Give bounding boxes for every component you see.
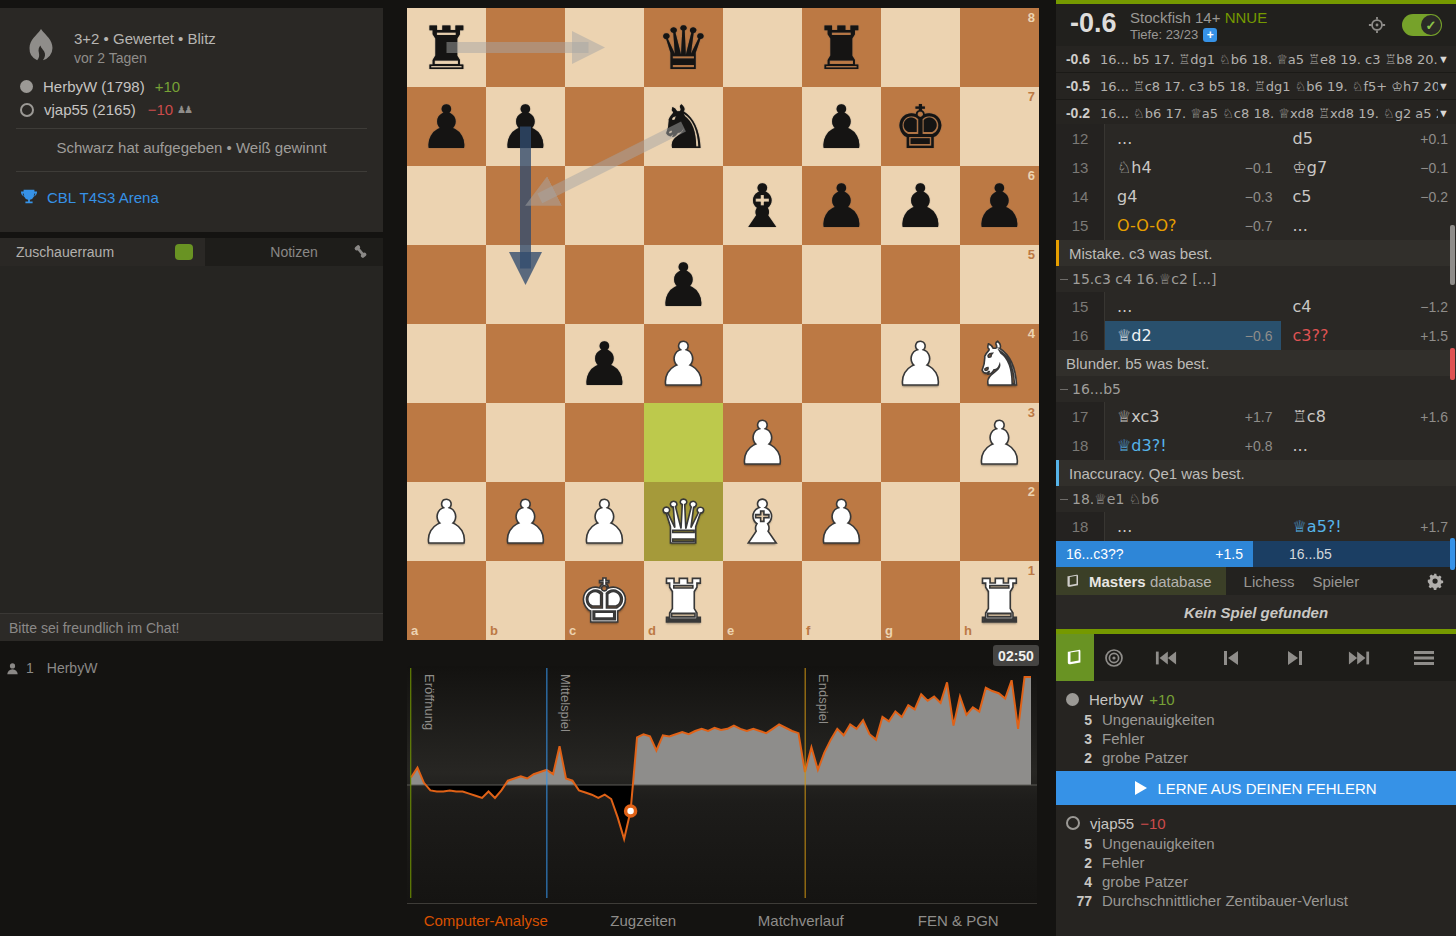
eval-graph[interactable]: EröffnungMittelspielEndspiel [407, 666, 1037, 902]
chat-member-list: 1 HerbyW [6, 660, 97, 676]
square-a2[interactable]: ♟ [407, 482, 486, 561]
square-h8[interactable]: 8 [960, 8, 1039, 87]
black-pawn[interactable]: ♟ [802, 87, 881, 166]
square-d8[interactable]: ♛ [644, 8, 723, 87]
menu-button[interactable] [1404, 638, 1444, 678]
pv-row-2[interactable]: -0.516... ♖c8 17. c3 b5 18. ♖dg1 ♘b6 19.… [1056, 73, 1456, 100]
move-san[interactable]: ♕d2 [1117, 326, 1152, 345]
trophy-icon [20, 188, 38, 206]
move-row: 12...d5+0.1 [1056, 124, 1456, 153]
scrollbar-thumb[interactable] [1450, 225, 1455, 285]
square-f5[interactable] [802, 245, 881, 324]
move-eval: −0.1 [1245, 160, 1273, 176]
move-cell[interactable]: ♕xc3+1.7 [1105, 402, 1281, 431]
move-san[interactable]: ♕xc3 [1117, 407, 1160, 426]
toggle-check-icon: ✓ [1421, 15, 1441, 35]
previous-move-button[interactable] [1211, 638, 1251, 678]
lichess-analysis-page: 3+2 • Gewertet • Blitz vor 2 Tagen Herby… [0, 0, 1456, 936]
engine-toggle[interactable]: ✓ [1402, 14, 1442, 36]
square-f2[interactable]: ♟ [802, 482, 881, 561]
scrollbar-blunder-mark [1450, 348, 1455, 380]
chat-messages-area[interactable] [0, 266, 383, 613]
move-row: 13♘h4−0.1♔g7−0.1 [1056, 153, 1456, 182]
variation-row[interactable]: 16...b5 [1056, 376, 1456, 402]
black-rook[interactable]: ♜ [802, 8, 881, 87]
chat-placeholder: Bitte sei freundlich im Chat! [9, 620, 179, 636]
retry-move-buttons: 16...c3?? +1.5 16...b5 [1056, 541, 1456, 567]
square-f4[interactable] [802, 324, 881, 403]
square-a5[interactable] [407, 245, 486, 324]
pv-eval: -0.2 [1056, 105, 1100, 121]
white-pawn[interactable]: ♟ [644, 324, 723, 403]
square-g8[interactable] [881, 8, 960, 87]
move-eval: −0.1 [1420, 160, 1448, 176]
stat-label: grobe Patzer [1102, 749, 1188, 766]
engine-name: Stockfish 14+ NNUE [1130, 9, 1267, 26]
book-icon [1066, 574, 1081, 589]
stat-label: Ungenauigkeiten [1102, 835, 1215, 852]
square-b8[interactable] [486, 8, 565, 87]
square-g5[interactable] [881, 245, 960, 324]
white-pawn[interactable]: ♟ [802, 482, 881, 561]
square-h5[interactable]: 5 [960, 245, 1039, 324]
accuracy-player-name: vjap55 [1090, 815, 1134, 832]
white-knight[interactable]: ♞ [960, 324, 1039, 403]
square-g7[interactable]: ♚ [881, 87, 960, 166]
eval-graph-svg[interactable]: EröffnungMittelspielEndspiel [407, 666, 1037, 902]
scrollbar-current-mark [1450, 538, 1455, 570]
game-result-text: Schwarz hat aufgegeben • Weiß gewinnt [0, 139, 383, 156]
white-pawn[interactable]: ♟ [881, 324, 960, 403]
square-c5[interactable] [565, 245, 644, 324]
deeper-analysis-button[interactable]: + [1203, 28, 1217, 42]
pv-row-3[interactable]: -0.216... ♘b6 17. ♕a5 ♘c8 18. ♕xd8 ♖xd8 … [1056, 100, 1456, 127]
square-b6[interactable] [486, 166, 565, 245]
pv-moves[interactable]: 16... ♖c8 17. c3 b5 18. ♖dg1 ♘b6 19. ♘f5… [1100, 79, 1438, 94]
move-cell[interactable]: c3??+1.5 [1281, 321, 1456, 350]
move-eval: +1.5 [1420, 328, 1448, 344]
move-nav-buttons [1134, 638, 1456, 678]
move-list: 12...d5+0.113♘h4−0.1♔g7−0.114g4−0.3c5−0.… [1056, 124, 1456, 541]
file-label: a [411, 623, 418, 638]
square-e3[interactable]: ♟ [723, 403, 802, 482]
engine-eval: -0.6 [1070, 8, 1117, 39]
stat-label: Ungenauigkeiten [1102, 711, 1215, 728]
current-move-marker [626, 806, 636, 816]
accuracy-player-header: vjap55−10 [1066, 812, 1446, 834]
square-c1[interactable]: c♚ [565, 561, 644, 640]
variation-row[interactable]: 15.c3 c4 16.♕c2 [...] [1056, 266, 1456, 292]
rank-label: 2 [1028, 484, 1035, 499]
square-d7[interactable]: ♞ [644, 87, 723, 166]
player-color-icon [20, 80, 33, 93]
black-knight[interactable]: ♞ [644, 87, 723, 166]
stat-value: 5 [1066, 712, 1092, 728]
move-row: 16♕d2−0.6c3??+1.5 [1056, 321, 1456, 350]
accuracy-stat-row: 4grobe Patzer [1066, 872, 1446, 891]
best-move-button[interactable]: 16...b5 [1253, 541, 1456, 567]
player-color-icon [1066, 693, 1079, 706]
square-a1[interactable]: a [407, 561, 486, 640]
square-c3[interactable] [565, 403, 644, 482]
move-number: 12 [1056, 124, 1105, 153]
square-b3[interactable] [486, 403, 565, 482]
file-label: b [490, 623, 498, 638]
engine-pv-list: -0.616... b5 17. ♖dg1 ♘b6 18. ♕a5 ♖e8 19… [1056, 46, 1456, 127]
game-meta-line2: vor 2 Tagen [74, 50, 147, 66]
move-san[interactable]: ... [1293, 436, 1308, 455]
black-pawn[interactable]: ♟ [565, 324, 644, 403]
stat-label: grobe Patzer [1102, 873, 1188, 890]
played-move-eval: +1.5 [1215, 546, 1243, 562]
move-cell[interactable]: g4−0.3 [1105, 182, 1281, 211]
pv-moves[interactable]: 16... ♘b6 17. ♕a5 ♘c8 18. ♕xd8 ♖xd8 19. … [1100, 106, 1438, 121]
square-c8[interactable] [565, 8, 644, 87]
black-queen[interactable]: ♛ [644, 8, 723, 87]
square-f6[interactable]: ♟ [802, 166, 881, 245]
accuracy-player-header: HerbyW+10 [1066, 688, 1446, 710]
move-number: 17 [1056, 402, 1105, 431]
square-h1[interactable]: h1♜ [960, 561, 1039, 640]
accuracy-stat-row: 2Fehler [1066, 853, 1446, 872]
move-row: 17♕xc3+1.7♖c8+1.6 [1056, 402, 1456, 431]
move-cell[interactable]: ... [1281, 431, 1456, 460]
tab-computer-analyse[interactable]: Computer-Analyse [407, 904, 565, 936]
square-d5[interactable]: ♟ [644, 245, 723, 324]
move-cell[interactable]: O-O-O?−0.7 [1105, 211, 1281, 240]
square-d3[interactable] [644, 403, 723, 482]
divider [16, 171, 367, 172]
move-cell[interactable]: ♕d2−0.6 [1105, 321, 1281, 350]
phase-label: Mittelspiel [558, 674, 573, 732]
tournament-row: CBL T4S3 Arena [20, 188, 159, 206]
member-count: 1 [26, 660, 34, 676]
file-label: f [806, 623, 810, 638]
move-cell[interactable]: ♘h4−0.1 [1105, 153, 1281, 182]
stat-value: 5 [1066, 836, 1092, 852]
move-cell[interactable]: ... [1281, 211, 1456, 240]
square-g3[interactable] [881, 403, 960, 482]
rank-label: 8 [1028, 10, 1035, 25]
tab-matchverlauf[interactable]: Matchverlauf [722, 904, 880, 936]
white-pawn[interactable]: ♟ [960, 403, 1039, 482]
practice-icon[interactable] [1094, 648, 1134, 668]
player-name-rating: HerbyW (1798) [43, 78, 145, 95]
square-e6[interactable]: ♝ [723, 166, 802, 245]
move-cell[interactable]: ... [1105, 124, 1281, 153]
move-row: 18...♕a5?!+1.7 [1056, 512, 1456, 541]
square-c2[interactable]: ♟ [565, 482, 644, 561]
last-move-button[interactable] [1339, 638, 1379, 678]
engine-nnue-badge: NNUE [1225, 9, 1268, 26]
square-b2[interactable]: ♟ [486, 482, 565, 561]
square-e8[interactable] [723, 8, 802, 87]
black-pawn[interactable]: ♟ [644, 245, 723, 324]
white-rook[interactable]: ♜ [960, 561, 1039, 640]
chat-input[interactable]: Bitte sei freundlich im Chat! [0, 613, 383, 641]
white-pawn[interactable]: ♟ [565, 482, 644, 561]
square-e2[interactable]: ♝ [723, 482, 802, 561]
square-b5[interactable] [486, 245, 565, 324]
stat-label: Fehler [1102, 854, 1145, 871]
square-e1[interactable]: e [723, 561, 802, 640]
move-san[interactable]: c4 [1293, 297, 1312, 316]
black-bishop[interactable]: ♝ [723, 166, 802, 245]
chat-tabs: Zuschauerraum Notizen [0, 238, 383, 266]
player-color-icon [20, 103, 34, 117]
accuracy-stat-row: 5Ungenauigkeiten [1066, 834, 1446, 853]
book-icon [1066, 649, 1084, 667]
tab-notes-label: Notizen [270, 244, 317, 260]
judgment-comment: Inaccuracy. Qe1 was best. [1056, 460, 1456, 486]
accuracy-stat-row: 5Ungenauigkeiten [1066, 710, 1446, 729]
chat-toggle[interactable] [175, 244, 193, 260]
move-san[interactable]: O-O-O? [1117, 216, 1177, 235]
player-black-row[interactable]: vjap55 (2165) −10 ♟♟ [20, 101, 191, 118]
white-pawn[interactable]: ♟ [407, 482, 486, 561]
square-b1[interactable]: b [486, 561, 565, 640]
clock-badge: 02:50 [993, 645, 1039, 666]
move-cell[interactable]: c5−0.2 [1281, 182, 1456, 211]
square-f3[interactable] [802, 403, 881, 482]
square-g4[interactable]: ♟ [881, 324, 960, 403]
accuracy-rating-delta: −10 [1140, 815, 1165, 832]
square-a6[interactable] [407, 166, 486, 245]
black-pawn[interactable]: ♟ [407, 87, 486, 166]
move-row: 18♕d3?!+0.8... [1056, 431, 1456, 460]
square-c7[interactable] [565, 87, 644, 166]
tab-masters-label: Masters database [1089, 573, 1212, 590]
square-e4[interactable] [723, 324, 802, 403]
pv-moves[interactable]: 16... b5 17. ♖dg1 ♘b6 18. ♕a5 ♖e8 19. c3… [1100, 52, 1438, 67]
move-san[interactable]: ♕a5?! [1293, 517, 1342, 536]
tab-fen-pgn[interactable]: FEN & PGN [880, 904, 1038, 936]
white-pawn[interactable]: ♟ [723, 403, 802, 482]
square-g1[interactable]: g [881, 561, 960, 640]
move-eval: +1.7 [1420, 519, 1448, 535]
move-eval: −0.7 [1245, 218, 1273, 234]
player-color-icon [1066, 816, 1080, 830]
pv-eval: -0.5 [1056, 78, 1100, 94]
move-eval: −0.6 [1245, 328, 1273, 344]
square-f1[interactable]: f [802, 561, 881, 640]
game-meta-line1: 3+2 • Gewertet • Blitz [74, 30, 216, 47]
square-a7[interactable]: ♟ [407, 87, 486, 166]
move-row: 14g4−0.3c5−0.2 [1056, 182, 1456, 211]
move-san[interactable]: ♖c8 [1293, 407, 1326, 426]
square-g6[interactable]: ♟ [881, 166, 960, 245]
move-number: 15 [1056, 211, 1105, 240]
black-pawn[interactable]: ♟ [486, 87, 565, 166]
white-pawn[interactable]: ♟ [486, 482, 565, 561]
square-d6[interactable] [644, 166, 723, 245]
engine-depth-row: Tiefe: 23/23 + [1130, 27, 1217, 42]
explorer-empty-message: Kein Spiel gefunden [1056, 595, 1456, 629]
tab-room-label: Zuschauerraum [16, 244, 114, 260]
navigation-toolbar [1056, 634, 1456, 681]
tab-lichess[interactable]: Lichess [1244, 573, 1295, 590]
move-row: 15...c4−1.2 [1056, 292, 1456, 321]
tab-zugzeiten[interactable]: Zugzeiten [565, 904, 723, 936]
move-cell[interactable]: c4−1.2 [1281, 292, 1456, 321]
stat-label: Durchschnittlicher Zentibauer-Verlust [1102, 892, 1348, 909]
analysis-bottom-tabs: Computer-AnalyseZugzeitenMatchverlaufFEN… [407, 903, 1037, 936]
move-number: 16 [1056, 321, 1105, 350]
played-move-label: 16...c3?? [1066, 546, 1124, 562]
square-b7[interactable]: ♟ [486, 87, 565, 166]
judgment-comment: Mistake. c3 was best. [1056, 240, 1456, 266]
move-san[interactable]: ♘h4 [1117, 158, 1152, 177]
rating-delta: −10 [148, 101, 173, 118]
file-label: g [885, 623, 893, 638]
engine-name-text: Stockfish 14+ [1130, 9, 1220, 26]
move-eval: +1.6 [1420, 409, 1448, 425]
stat-value: 2 [1066, 855, 1092, 871]
move-san[interactable]: g4 [1117, 187, 1137, 206]
square-d2[interactable]: ♛ [644, 482, 723, 561]
gear-icon[interactable] [1427, 573, 1444, 590]
analysis-panel: -0.6 Stockfish 14+ NNUE Tiefe: 23/23 + ✓… [1056, 0, 1456, 936]
square-e7[interactable] [723, 87, 802, 166]
move-cell[interactable]: ... [1105, 512, 1281, 541]
move-san[interactable]: ... [1117, 517, 1132, 536]
phone-icon[interactable] [352, 243, 369, 260]
next-move-button[interactable] [1275, 638, 1315, 678]
pv-expand-icon[interactable]: ▼ [1438, 53, 1456, 65]
stat-value: 4 [1066, 874, 1092, 890]
chess-board[interactable]: ♜♛♜8♟♟♞♟♚7♝♟♟6♟♟5♟♟♟4♞♟3♟♟♟♟♛♝♟2abc♚d♜ef… [407, 8, 1039, 640]
tournament-link[interactable]: CBL T4S3 Arena [47, 189, 159, 206]
engine-box: -0.6 Stockfish 14+ NNUE Tiefe: 23/23 + ✓ [1056, 4, 1456, 46]
black-rook[interactable]: ♜ [407, 8, 486, 87]
move-cell[interactable]: ♕a5?!+1.7 [1281, 512, 1456, 541]
square-h6[interactable]: 6♟ [960, 166, 1039, 245]
square-d4[interactable]: ♟ [644, 324, 723, 403]
square-c6[interactable] [565, 166, 644, 245]
move-number: 13 [1056, 153, 1105, 182]
rating-delta: +10 [155, 78, 180, 95]
square-c4[interactable]: ♟ [565, 324, 644, 403]
pv-expand-icon[interactable]: ▼ [1438, 80, 1456, 92]
move-san[interactable]: c5 [1293, 187, 1312, 206]
member-name[interactable]: HerbyW [47, 660, 98, 676]
white-queen[interactable]: ♛ [644, 482, 723, 561]
rank-label: 5 [1028, 247, 1035, 262]
move-cell[interactable]: ♖c8+1.6 [1281, 402, 1456, 431]
pv-expand-icon[interactable]: ▼ [1438, 107, 1456, 119]
best-move-label: 16...b5 [1289, 546, 1332, 562]
variation-line[interactable]: 18.♕e1 ♘b6 [1072, 491, 1159, 507]
move-cell[interactable]: ♔g7−0.1 [1281, 153, 1456, 182]
first-move-button[interactable] [1146, 638, 1186, 678]
variation-row[interactable]: 18.♕e1 ♘b6 [1056, 486, 1456, 512]
learn-from-mistakes-button[interactable]: LERNE AUS DEINEN FEHLERN [1056, 771, 1456, 805]
phase-label: Endspiel [816, 674, 831, 724]
tab-spectator-room[interactable]: Zuschauerraum [0, 238, 205, 266]
accuracy-rating-delta: +10 [1149, 691, 1174, 708]
move-number: 15 [1056, 292, 1105, 321]
move-san[interactable]: ... [1117, 129, 1132, 148]
black-pawn[interactable]: ♟ [802, 166, 881, 245]
move-eval: −0.3 [1245, 189, 1273, 205]
pv-eval: -0.6 [1056, 51, 1100, 67]
square-a8[interactable]: ♜ [407, 8, 486, 87]
accuracy-black: vjap55−105Ungenauigkeiten2Fehler4grobe P… [1066, 812, 1446, 910]
learn-button-label: LERNE AUS DEINEN FEHLERN [1157, 780, 1376, 797]
white-king[interactable]: ♚ [565, 561, 644, 640]
accuracy-player-name: HerbyW [1089, 691, 1143, 708]
move-eval: +1.7 [1245, 409, 1273, 425]
move-cell[interactable]: ... [1105, 292, 1281, 321]
accuracy-stat-row: 2grobe Patzer [1066, 748, 1446, 767]
player-white-row[interactable]: HerbyW (1798) +10 [20, 78, 180, 95]
move-san[interactable]: ♔g7 [1293, 158, 1328, 177]
played-move-button[interactable]: 16...c3?? +1.5 [1056, 541, 1253, 567]
square-h2[interactable]: 2 [960, 482, 1039, 561]
square-b4[interactable] [486, 324, 565, 403]
accuracy-stat-row: 77Durchschnittlicher Zentibauer-Verlust [1066, 891, 1446, 910]
square-h3[interactable]: 3♟ [960, 403, 1039, 482]
move-san[interactable]: ... [1117, 297, 1132, 316]
phase-label: Eröffnung [422, 674, 437, 730]
square-g2[interactable] [881, 482, 960, 561]
square-a3[interactable] [407, 403, 486, 482]
square-d1[interactable]: d♜ [644, 561, 723, 640]
square-h7[interactable]: 7 [960, 87, 1039, 166]
stat-value: 3 [1066, 731, 1092, 747]
variation-line[interactable]: 16...b5 [1072, 381, 1121, 397]
white-rook[interactable]: ♜ [644, 561, 723, 640]
explorer-toggle-button[interactable] [1056, 634, 1094, 681]
move-san[interactable]: ♕d3?! [1117, 436, 1167, 455]
move-cell[interactable]: ♕d3?!+0.8 [1105, 431, 1281, 460]
opening-explorer-header: Masters database Lichess Spieler [1056, 567, 1456, 595]
square-a4[interactable] [407, 324, 486, 403]
pawns-icon: ♟♟ [177, 104, 191, 115]
engine-depth: Tiefe: 23/23 [1130, 27, 1198, 42]
move-eval: +0.1 [1420, 131, 1448, 147]
move-row: 15O-O-O?−0.7... [1056, 211, 1456, 240]
black-pawn[interactable]: ♟ [960, 166, 1039, 245]
divider [16, 128, 367, 129]
focus-icon[interactable] [1368, 16, 1386, 34]
square-h4[interactable]: 4♞ [960, 324, 1039, 403]
tab-notes[interactable]: Notizen [205, 238, 383, 266]
black-pawn[interactable]: ♟ [881, 166, 960, 245]
stat-value: 77 [1066, 893, 1092, 909]
blitz-flame-icon [18, 24, 64, 76]
black-king[interactable]: ♚ [881, 87, 960, 166]
move-san[interactable]: d5 [1293, 129, 1313, 148]
move-eval: +0.8 [1245, 438, 1273, 454]
judgment-comment: Blunder. b5 was best. [1056, 350, 1456, 376]
move-cell[interactable]: d5+0.1 [1281, 124, 1456, 153]
game-info-box: 3+2 • Gewertet • Blitz vor 2 Tagen Herby… [0, 8, 383, 232]
move-eval: −0.2 [1420, 189, 1448, 205]
move-san[interactable]: c3?? [1293, 326, 1329, 345]
variation-line[interactable]: 15.c3 c4 16.♕c2 [...] [1072, 271, 1217, 287]
move-san[interactable]: ... [1293, 216, 1308, 235]
accuracy-stat-row: 3Fehler [1066, 729, 1446, 748]
play-icon [1135, 781, 1147, 795]
square-e5[interactable] [723, 245, 802, 324]
pv-row-1[interactable]: -0.616... b5 17. ♖dg1 ♘b6 18. ♕a5 ♖e8 19… [1056, 46, 1456, 73]
square-f7[interactable]: ♟ [802, 87, 881, 166]
white-bishop[interactable]: ♝ [723, 482, 802, 561]
square-f8[interactable]: ♜ [802, 8, 881, 87]
tab-player[interactable]: Spieler [1312, 573, 1359, 590]
tab-masters-database[interactable]: Masters database [1056, 567, 1226, 595]
